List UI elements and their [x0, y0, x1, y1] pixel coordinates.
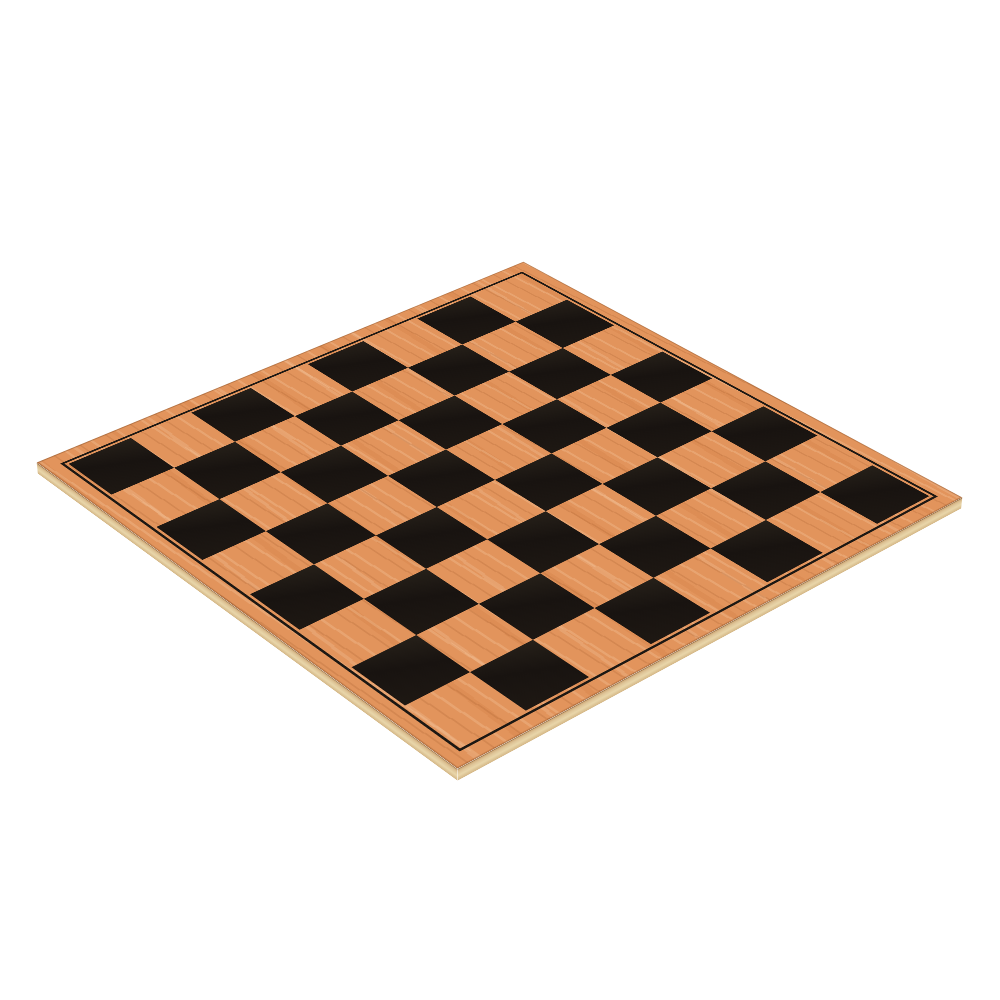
board-grid: [69, 275, 930, 745]
board-top-surface: [37, 262, 963, 769]
chessboard: [37, 262, 963, 769]
product-photo-background: [0, 0, 1000, 1000]
